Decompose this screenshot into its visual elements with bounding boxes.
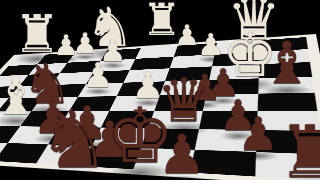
chess-3d-scene: ♜♞♜♛♚♟♟♟♟♟♟♟♝♞♞♛♚♜♝♟♟♟♟♟♟♟♟ (0, 0, 320, 180)
piece-black-rook-a7[interactable]: ♜ (274, 116, 320, 180)
piece-white-pawn-f3[interactable]: ♟ (81, 58, 115, 92)
piece-black-pawn-d7[interactable]: ♟ (155, 128, 209, 180)
piece-black-knight-f6[interactable]: ♞ (34, 100, 114, 180)
piece-black-bishop-a3[interactable]: ♝ (258, 34, 316, 92)
